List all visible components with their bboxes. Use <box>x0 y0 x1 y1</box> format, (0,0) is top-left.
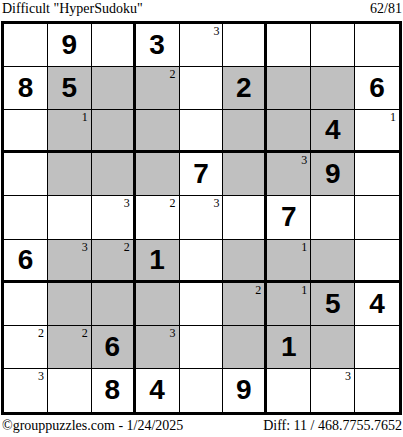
cell-r1c2[interactable]: 9 <box>48 24 92 67</box>
cell-r9c5[interactable] <box>180 369 224 412</box>
cell-r2c9[interactable]: 6 <box>355 67 399 110</box>
cell-r2c2[interactable]: 5 <box>48 67 92 110</box>
cell-r8c7[interactable]: 1 <box>267 326 311 369</box>
cell-r3c4[interactable] <box>136 110 180 153</box>
cell-r5c3[interactable]: 3 <box>92 196 136 239</box>
cell-r4c5[interactable]: 7 <box>180 153 224 196</box>
cell-r3c1[interactable] <box>4 110 48 153</box>
cell-r9c1[interactable]: 3 <box>4 369 48 412</box>
given-digit: 3 <box>149 31 165 59</box>
cell-r6c7[interactable]: 1 <box>267 240 311 283</box>
cell-r4c2[interactable] <box>48 153 92 196</box>
cell-r7c7[interactable]: 1 <box>267 283 311 326</box>
cell-r4c7[interactable]: 3 <box>267 153 311 196</box>
given-digit: 9 <box>62 31 78 59</box>
cell-r7c5[interactable] <box>180 283 224 326</box>
remaining-counter: 62/81 <box>370 1 402 17</box>
cell-r9c9[interactable] <box>355 369 399 412</box>
pencil-mark: 2 <box>170 196 176 210</box>
cell-r6c6[interactable] <box>223 240 267 283</box>
header: Difficult "HyperSudoku" 62/81 <box>2 1 402 17</box>
cell-r5c9[interactable] <box>355 196 399 239</box>
pencil-mark: 3 <box>345 369 351 383</box>
cell-r4c8[interactable]: 9 <box>311 153 355 196</box>
cell-r8c3[interactable]: 6 <box>92 326 136 369</box>
cell-r5c4[interactable]: 2 <box>136 196 180 239</box>
cell-r7c6[interactable]: 2 <box>223 283 267 326</box>
cell-r7c9[interactable]: 4 <box>355 283 399 326</box>
difficulty-text: Diff: 11 / 468.7755.7652 <box>263 418 402 434</box>
cell-r7c4[interactable] <box>136 283 180 326</box>
pencil-mark: 1 <box>301 240 307 254</box>
cell-r2c7[interactable] <box>267 67 311 110</box>
given-digit: 4 <box>149 376 165 404</box>
cell-r8c4[interactable]: 3 <box>136 326 180 369</box>
cell-r1c6[interactable] <box>223 24 267 67</box>
cell-r3c7[interactable] <box>267 110 311 153</box>
cell-r3c3[interactable] <box>92 110 136 153</box>
cell-r2c4[interactable]: 2 <box>136 67 180 110</box>
cell-r3c5[interactable] <box>180 110 224 153</box>
cell-r7c1[interactable] <box>4 283 48 326</box>
pencil-mark: 2 <box>255 283 261 297</box>
cell-r4c1[interactable] <box>4 153 48 196</box>
given-digit: 5 <box>62 74 78 102</box>
cell-r4c9[interactable] <box>355 153 399 196</box>
cell-r6c8[interactable] <box>311 240 355 283</box>
cell-r3c9[interactable]: 1 <box>355 110 399 153</box>
cell-r5c2[interactable] <box>48 196 92 239</box>
given-digit: 8 <box>18 74 34 102</box>
cell-r8c8[interactable] <box>311 326 355 369</box>
cell-r9c7[interactable] <box>267 369 311 412</box>
cell-r1c9[interactable] <box>355 24 399 67</box>
cell-r1c5[interactable]: 3 <box>180 24 224 67</box>
pencil-mark: 2 <box>82 326 88 340</box>
given-digit: 6 <box>18 246 34 274</box>
given-digit: 4 <box>369 290 385 318</box>
cell-r1c8[interactable] <box>311 24 355 67</box>
cell-r5c7[interactable]: 7 <box>267 196 311 239</box>
cell-r7c3[interactable] <box>92 283 136 326</box>
given-digit: 6 <box>369 74 385 102</box>
cell-r3c8[interactable]: 4 <box>311 110 355 153</box>
pencil-mark: 1 <box>301 283 307 297</box>
given-digit: 4 <box>325 116 341 144</box>
cell-r9c6[interactable]: 9 <box>223 369 267 412</box>
hypersudoku-page: Difficult "HyperSudoku" 62/81 9338522614… <box>0 0 403 437</box>
cell-r1c1[interactable] <box>4 24 48 67</box>
cell-r5c1[interactable] <box>4 196 48 239</box>
cell-r6c5[interactable] <box>180 240 224 283</box>
cell-r2c6[interactable]: 2 <box>223 67 267 110</box>
cell-r2c8[interactable] <box>311 67 355 110</box>
cell-r8c2[interactable]: 2 <box>48 326 92 369</box>
sudoku-board: 9338522614173932376321121542263138493 <box>1 21 402 415</box>
pencil-mark: 1 <box>390 110 396 124</box>
cell-r8c9[interactable] <box>355 326 399 369</box>
given-digit: 9 <box>325 160 341 188</box>
cell-r8c5[interactable] <box>180 326 224 369</box>
pencil-mark: 3 <box>82 240 88 254</box>
pencil-mark: 2 <box>170 67 176 81</box>
cell-r2c5[interactable] <box>180 67 224 110</box>
given-digit: 6 <box>104 333 120 361</box>
cell-r6c3[interactable]: 2 <box>92 240 136 283</box>
cell-r6c4[interactable]: 1 <box>136 240 180 283</box>
cell-r8c1[interactable]: 2 <box>4 326 48 369</box>
cell-r8c6[interactable] <box>223 326 267 369</box>
pencil-mark: 3 <box>301 153 307 167</box>
cell-r3c2[interactable]: 1 <box>48 110 92 153</box>
pencil-mark: 3 <box>124 196 130 210</box>
cell-r2c1[interactable]: 8 <box>4 67 48 110</box>
cell-r6c9[interactable] <box>355 240 399 283</box>
cell-r6c1[interactable]: 6 <box>4 240 48 283</box>
given-digit: 1 <box>149 246 165 274</box>
cell-r9c8[interactable]: 3 <box>311 369 355 412</box>
given-digit: 1 <box>281 333 297 361</box>
pencil-mark: 3 <box>213 196 219 210</box>
cell-r5c5[interactable]: 3 <box>180 196 224 239</box>
given-digit: 5 <box>325 290 341 318</box>
given-digit: 2 <box>236 74 252 102</box>
cell-r9c2[interactable] <box>48 369 92 412</box>
copyright-text: ©grouppuzzles.com - 1/24/2025 <box>2 418 183 434</box>
cell-r6c2[interactable]: 3 <box>48 240 92 283</box>
given-digit: 8 <box>104 376 120 404</box>
pencil-mark: 3 <box>38 369 44 383</box>
cell-r9c3[interactable]: 8 <box>92 369 136 412</box>
cell-r3c6[interactable] <box>223 110 267 153</box>
cell-r1c7[interactable] <box>267 24 311 67</box>
puzzle-title: Difficult "HyperSudoku" <box>2 1 143 17</box>
given-digit: 9 <box>236 376 252 404</box>
cell-r9c4[interactable]: 4 <box>136 369 180 412</box>
pencil-mark: 1 <box>82 110 88 124</box>
pencil-mark: 3 <box>170 326 176 340</box>
cell-r2c3[interactable] <box>92 67 136 110</box>
pencil-mark: 2 <box>124 240 130 254</box>
cell-r5c8[interactable] <box>311 196 355 239</box>
footer: ©grouppuzzles.com - 1/24/2025 Diff: 11 /… <box>2 418 402 434</box>
given-digit: 7 <box>281 203 297 231</box>
pencil-mark: 3 <box>213 24 219 38</box>
cell-r4c3[interactable] <box>92 153 136 196</box>
cell-r1c4[interactable]: 3 <box>136 24 180 67</box>
given-digit: 7 <box>193 160 209 188</box>
cell-r4c4[interactable] <box>136 153 180 196</box>
cell-r7c2[interactable] <box>48 283 92 326</box>
cell-r4c6[interactable] <box>223 153 267 196</box>
cell-r5c6[interactable] <box>223 196 267 239</box>
cell-r1c3[interactable] <box>92 24 136 67</box>
pencil-mark: 2 <box>38 326 44 340</box>
cell-r7c8[interactable]: 5 <box>311 283 355 326</box>
